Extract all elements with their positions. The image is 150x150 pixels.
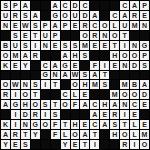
- letter-cell-r3c2[interactable]: E: [11, 21, 20, 30]
- letter-cell-r11c2[interactable]: G: [11, 100, 20, 109]
- letter-cell-r3c8[interactable]: E: [71, 21, 80, 30]
- letter-cell-r11c12[interactable]: A: [110, 100, 119, 109]
- black-cell-r1c5: [41, 1, 50, 10]
- letter-cell-r5c11[interactable]: E: [100, 41, 109, 50]
- black-cell-r4c15: [140, 31, 149, 40]
- black-cell-r15c11: [100, 140, 109, 149]
- letter-cell-r12c14[interactable]: E: [130, 110, 139, 119]
- letter-cell-r1c8[interactable]: D: [71, 1, 80, 10]
- black-cell-r8c14: [130, 71, 139, 80]
- letter-cell-r14c4[interactable]: Y: [31, 130, 40, 139]
- black-cell-r8c12: [110, 71, 119, 80]
- letter-cell-r9c1[interactable]: O: [1, 80, 10, 89]
- letter-cell-r13c1[interactable]: K: [1, 120, 10, 129]
- black-cell-r7c4: [31, 61, 40, 70]
- letter-cell-r8c8[interactable]: W: [71, 71, 80, 80]
- black-cell-r1c12: [110, 1, 119, 10]
- letter-cell-r12c4[interactable]: R: [31, 110, 40, 119]
- letter-cell-r10c4[interactable]: T: [31, 90, 40, 99]
- letter-cell-r5c14[interactable]: N: [130, 41, 139, 50]
- letter-cell-r1c15[interactable]: P: [140, 1, 149, 10]
- letter-cell-r3c4[interactable]: S: [31, 21, 40, 30]
- letter-cell-r5c13[interactable]: I: [120, 41, 129, 50]
- letter-cell-r1c3[interactable]: A: [21, 1, 30, 10]
- crossword-grid: SPAACDCCAPURSAGOUDACARENEWSPAPERCOLUMNSE…: [0, 0, 150, 150]
- letter-cell-r2c14[interactable]: R: [130, 11, 139, 20]
- letter-cell-r7c14[interactable]: D: [130, 61, 139, 70]
- letter-cell-r12c10[interactable]: A: [90, 110, 99, 119]
- letter-cell-r3c5[interactable]: P: [41, 21, 50, 30]
- black-cell-r4c8: [71, 31, 80, 40]
- letter-cell-r12c3[interactable]: D: [21, 110, 30, 119]
- letter-cell-r11c5[interactable]: S: [41, 100, 50, 109]
- letter-cell-r8c7[interactable]: A: [61, 71, 70, 80]
- letter-cell-r14c14[interactable]: L: [130, 130, 139, 139]
- letter-cell-r3c7[interactable]: P: [61, 21, 70, 30]
- black-cell-r12c15: [140, 110, 149, 119]
- letter-cell-r14c1[interactable]: A: [1, 130, 10, 139]
- letter-cell-r11c15[interactable]: E: [140, 100, 149, 109]
- letter-cell-r5c7[interactable]: S: [61, 41, 70, 50]
- letter-cell-r6c4[interactable]: R: [31, 51, 40, 60]
- letter-cell-r7c11[interactable]: I: [100, 61, 109, 70]
- black-cell-r2c5: [41, 11, 50, 20]
- letter-cell-r12c6[interactable]: S: [51, 110, 60, 119]
- letter-cell-r7c2[interactable]: E: [11, 61, 20, 70]
- letter-cell-r10c2[interactable]: I: [11, 90, 20, 99]
- crossword-puzzle: SPAACDCCAPURSAGOUDACARENEWSPAPERCOLUMNSE…: [0, 0, 150, 150]
- letter-cell-r5c9[interactable]: M: [80, 41, 89, 50]
- letter-cell-r8c10[interactable]: A: [90, 71, 99, 80]
- letter-cell-r3c15[interactable]: N: [140, 21, 149, 30]
- letter-cell-r3c10[interactable]: C: [90, 21, 99, 30]
- letter-cell-r8c9[interactable]: S: [80, 71, 89, 80]
- black-cell-r15c12: [110, 140, 119, 149]
- black-cell-r2c11: [100, 11, 109, 20]
- letter-cell-r11c6[interactable]: T: [51, 100, 60, 109]
- letter-cell-r11c14[interactable]: C: [130, 100, 139, 109]
- letter-cell-r9c9[interactable]: H: [80, 80, 89, 89]
- letter-cell-r14c15[interactable]: M: [140, 130, 149, 139]
- letter-cell-r9c15[interactable]: A: [140, 80, 149, 89]
- letter-cell-r13c10[interactable]: C: [90, 120, 99, 129]
- letter-cell-r15c1[interactable]: Y: [1, 140, 10, 149]
- black-cell-r1c11: [100, 1, 109, 10]
- letter-cell-r1c6[interactable]: A: [51, 1, 60, 10]
- letter-cell-r10c7[interactable]: C: [61, 90, 70, 99]
- letter-cell-r1c13[interactable]: C: [120, 1, 129, 10]
- letter-cell-r3c6[interactable]: A: [51, 21, 60, 30]
- letter-cell-r5c6[interactable]: E: [51, 41, 60, 50]
- black-cell-r8c15: [140, 71, 149, 80]
- letter-cell-r14c6[interactable]: F: [51, 130, 60, 139]
- letter-cell-r14c9[interactable]: A: [80, 130, 89, 139]
- letter-cell-r5c2[interactable]: U: [11, 41, 20, 50]
- letter-cell-r2c12[interactable]: C: [110, 11, 119, 20]
- letter-cell-r9c8[interactable]: O: [71, 80, 80, 89]
- black-cell-r8c2: [11, 71, 20, 80]
- letter-cell-r1c9[interactable]: C: [80, 1, 89, 10]
- black-cell-r6c10: [90, 51, 99, 60]
- letter-cell-r2c6[interactable]: G: [51, 11, 60, 20]
- letter-cell-r4c10[interactable]: R: [90, 31, 99, 40]
- letter-cell-r9c6[interactable]: T: [51, 80, 60, 89]
- black-cell-r10c11: [100, 90, 109, 99]
- letter-cell-r14c3[interactable]: T: [21, 130, 30, 139]
- letter-cell-r3c9[interactable]: R: [80, 21, 89, 30]
- letter-cell-r12c11[interactable]: E: [100, 110, 109, 119]
- letter-cell-r4c6[interactable]: P: [51, 31, 60, 40]
- letter-cell-r3c1[interactable]: N: [1, 21, 10, 30]
- letter-cell-r11c3[interactable]: H: [21, 100, 30, 109]
- letter-cell-r11c13[interactable]: N: [120, 100, 129, 109]
- letter-cell-r9c10[interactable]: M: [90, 80, 99, 89]
- black-cell-r14c5: [41, 130, 50, 139]
- black-cell-r1c10: [90, 1, 99, 10]
- letter-cell-r14c8[interactable]: O: [71, 130, 80, 139]
- letter-cell-r5c5[interactable]: N: [41, 41, 50, 50]
- letter-cell-r6c14[interactable]: O: [130, 51, 139, 60]
- letter-cell-r5c1[interactable]: B: [1, 41, 10, 50]
- letter-cell-r13c15[interactable]: E: [140, 120, 149, 129]
- letter-cell-r14c12[interactable]: H: [110, 130, 119, 139]
- letter-cell-r2c4[interactable]: A: [31, 11, 40, 20]
- letter-cell-r4c12[interactable]: O: [110, 31, 119, 40]
- letter-cell-r7c5[interactable]: C: [41, 61, 50, 70]
- letter-cell-r13c13[interactable]: T: [120, 120, 129, 129]
- letter-cell-r15c10[interactable]: I: [90, 140, 99, 149]
- letter-cell-r4c3[interactable]: E: [21, 31, 30, 40]
- letter-cell-r2c13[interactable]: A: [120, 11, 129, 20]
- letter-cell-r1c1[interactable]: S: [1, 1, 10, 10]
- letter-cell-r14c10[interactable]: T: [90, 130, 99, 139]
- letter-cell-r8c6[interactable]: N: [51, 71, 60, 80]
- letter-cell-r13c8[interactable]: H: [71, 120, 80, 129]
- letter-cell-r4c2[interactable]: S: [11, 31, 20, 40]
- letter-cell-r15c7[interactable]: Y: [61, 140, 70, 149]
- letter-cell-r14c7[interactable]: L: [61, 130, 70, 139]
- letter-cell-r7c7[interactable]: G: [61, 61, 70, 70]
- letter-cell-r6c2[interactable]: M: [11, 51, 20, 60]
- letter-cell-r7c13[interactable]: N: [120, 61, 129, 70]
- letter-cell-r15c9[interactable]: T: [80, 140, 89, 149]
- letter-cell-r3c13[interactable]: U: [120, 21, 129, 30]
- letter-cell-r15c13[interactable]: R: [120, 140, 129, 149]
- letter-cell-r4c4[interactable]: T: [31, 31, 40, 40]
- letter-cell-r15c14[interactable]: I: [130, 140, 139, 149]
- letter-cell-r12c2[interactable]: I: [11, 110, 20, 119]
- letter-cell-r10c8[interactable]: L: [71, 90, 80, 99]
- letter-cell-r5c10[interactable]: E: [90, 41, 99, 50]
- black-cell-r8c1: [1, 71, 10, 80]
- letter-cell-r6c13[interactable]: O: [120, 51, 129, 60]
- black-cell-r8c4: [31, 71, 40, 80]
- black-cell-r9c7: [61, 80, 70, 89]
- letter-cell-r6c15[interactable]: P: [140, 51, 149, 60]
- letter-cell-r9c13[interactable]: M: [120, 80, 129, 89]
- letter-cell-r15c2[interactable]: E: [11, 140, 20, 149]
- letter-cell-r14c13[interactable]: O: [120, 130, 129, 139]
- black-cell-r4c1: [1, 31, 10, 40]
- black-cell-r12c7: [61, 110, 70, 119]
- letter-cell-r5c4[interactable]: I: [31, 41, 40, 50]
- letter-cell-r5c15[interactable]: G: [140, 41, 149, 50]
- letter-cell-r2c9[interactable]: D: [80, 11, 89, 20]
- letter-cell-r15c3[interactable]: S: [21, 140, 30, 149]
- black-cell-r15c6: [51, 140, 60, 149]
- letter-cell-r10c15[interactable]: D: [140, 90, 149, 99]
- black-cell-r6c6: [51, 51, 60, 60]
- black-cell-r10c6: [51, 90, 60, 99]
- letter-cell-r11c10[interactable]: C: [90, 100, 99, 109]
- letter-cell-r10c9[interactable]: E: [80, 90, 89, 99]
- letter-cell-r6c1[interactable]: O: [1, 51, 10, 60]
- black-cell-r15c5: [41, 140, 50, 149]
- letter-cell-r15c15[interactable]: O: [140, 140, 149, 149]
- letter-cell-r9c11[interactable]: S: [100, 80, 109, 89]
- letter-cell-r11c8[interactable]: F: [71, 100, 80, 109]
- letter-cell-r10c1[interactable]: R: [1, 90, 10, 99]
- letter-cell-r3c12[interactable]: L: [110, 21, 119, 30]
- letter-cell-r9c4[interactable]: S: [31, 80, 40, 89]
- letter-cell-r5c8[interactable]: S: [71, 41, 80, 50]
- black-cell-r15c4: [31, 140, 40, 149]
- letter-cell-r7c8[interactable]: E: [71, 61, 80, 70]
- black-cell-r8c3: [21, 71, 30, 80]
- letter-cell-r6c12[interactable]: H: [110, 51, 119, 60]
- letter-cell-r12c13[interactable]: I: [120, 110, 129, 119]
- black-cell-r4c14: [130, 31, 139, 40]
- letter-cell-r3c14[interactable]: M: [130, 21, 139, 30]
- black-cell-r10c5: [41, 90, 50, 99]
- letter-cell-r2c2[interactable]: R: [11, 11, 20, 20]
- letter-cell-r13c11[interactable]: A: [100, 120, 109, 129]
- letter-cell-r13c9[interactable]: E: [80, 120, 89, 129]
- letter-cell-r11c1[interactable]: A: [1, 100, 10, 109]
- letter-cell-r11c4[interactable]: O: [31, 100, 40, 109]
- letter-cell-r10c13[interactable]: O: [120, 90, 129, 99]
- letter-cell-r3c11[interactable]: O: [100, 21, 109, 30]
- letter-cell-r5c3[interactable]: S: [21, 41, 30, 50]
- letter-cell-r4c13[interactable]: T: [120, 31, 129, 40]
- letter-cell-r1c7[interactable]: C: [61, 1, 70, 10]
- letter-cell-r2c1[interactable]: U: [1, 11, 10, 20]
- letter-cell-r1c2[interactable]: P: [11, 1, 20, 10]
- letter-cell-r10c12[interactable]: M: [110, 90, 119, 99]
- letter-cell-r7c10[interactable]: F: [90, 61, 99, 70]
- black-cell-r9c12: [110, 80, 119, 89]
- letter-cell-r9c14[interactable]: B: [130, 80, 139, 89]
- black-cell-r14c11: [100, 130, 109, 139]
- black-cell-r12c8: [71, 110, 80, 119]
- letter-cell-r3c3[interactable]: W: [21, 21, 30, 30]
- letter-cell-r6c9[interactable]: S: [80, 51, 89, 60]
- black-cell-r7c9: [80, 61, 89, 70]
- letter-cell-r4c5[interactable]: U: [41, 31, 50, 40]
- black-cell-r8c13: [120, 71, 129, 80]
- letter-cell-r7c12[interactable]: E: [110, 61, 119, 70]
- black-cell-r10c10: [90, 90, 99, 99]
- letter-cell-r2c15[interactable]: E: [140, 11, 149, 20]
- letter-cell-r4c11[interactable]: N: [100, 31, 109, 40]
- letter-cell-r6c3[interactable]: A: [21, 51, 30, 60]
- letter-cell-r13c2[interactable]: I: [11, 120, 20, 129]
- letter-cell-r6c7[interactable]: A: [61, 51, 70, 60]
- letter-cell-r13c4[interactable]: G: [31, 120, 40, 129]
- letter-cell-r10c3[interactable]: O: [21, 90, 30, 99]
- letter-cell-r4c9[interactable]: O: [80, 31, 89, 40]
- black-cell-r6c11: [100, 51, 109, 60]
- letter-cell-r12c12[interactable]: R: [110, 110, 119, 119]
- letter-cell-r9c2[interactable]: W: [11, 80, 20, 89]
- letter-cell-r9c5[interactable]: I: [41, 80, 50, 89]
- letter-cell-r13c3[interactable]: N: [21, 120, 30, 129]
- letter-cell-r2c3[interactable]: S: [21, 11, 30, 20]
- black-cell-r6c5: [41, 51, 50, 60]
- letter-cell-r6c8[interactable]: H: [71, 51, 80, 60]
- letter-cell-r11c7[interactable]: O: [61, 100, 70, 109]
- letter-cell-r2c8[interactable]: U: [71, 11, 80, 20]
- letter-cell-r7c15[interactable]: S: [140, 61, 149, 70]
- letter-cell-r2c7[interactable]: O: [61, 11, 70, 20]
- letter-cell-r1c14[interactable]: A: [130, 1, 139, 10]
- letter-cell-r10c14[interactable]: O: [130, 90, 139, 99]
- letter-cell-r5c12[interactable]: T: [110, 41, 119, 50]
- black-cell-r1c4: [31, 1, 40, 10]
- letter-cell-r12c5[interactable]: I: [41, 110, 50, 119]
- letter-cell-r13c5[interactable]: O: [41, 120, 50, 129]
- letter-cell-r11c9[interactable]: A: [80, 100, 89, 109]
- letter-cell-r8c11[interactable]: T: [100, 71, 109, 80]
- letter-cell-r11c11[interactable]: H: [100, 100, 109, 109]
- letter-cell-r7c3[interactable]: Y: [21, 61, 30, 70]
- letter-cell-r7c6[interactable]: A: [51, 61, 60, 70]
- letter-cell-r13c12[interactable]: S: [110, 120, 119, 129]
- letter-cell-r9c3[interactable]: N: [21, 80, 30, 89]
- letter-cell-r13c7[interactable]: T: [61, 120, 70, 129]
- black-cell-r12c9: [80, 110, 89, 119]
- letter-cell-r2c10[interactable]: A: [90, 11, 99, 20]
- letter-cell-r8c5[interactable]: G: [41, 71, 50, 80]
- black-cell-r4c7: [61, 31, 70, 40]
- letter-cell-r7c1[interactable]: K: [1, 61, 10, 70]
- letter-cell-r15c8[interactable]: E: [71, 140, 80, 149]
- letter-cell-r13c6[interactable]: F: [51, 120, 60, 129]
- letter-cell-r14c2[interactable]: R: [11, 130, 20, 139]
- letter-cell-r13c14[interactable]: L: [130, 120, 139, 129]
- black-cell-r12c1: [1, 110, 10, 119]
